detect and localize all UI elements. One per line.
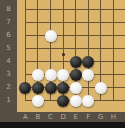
row-label-6: 6 <box>0 31 17 40</box>
stone-black-F4[interactable] <box>82 56 94 68</box>
row-label-2: 2 <box>0 83 17 92</box>
col-label-F: F <box>82 113 94 122</box>
col-label-A: A <box>19 113 31 122</box>
stone-white-B3[interactable] <box>32 69 44 81</box>
stone-white-B1[interactable] <box>32 95 44 107</box>
stone-black-D2[interactable] <box>57 82 69 94</box>
row-label-8: 8 <box>0 5 17 14</box>
grid-line-row-8 <box>25 9 125 10</box>
col-label-G: G <box>95 113 107 122</box>
grid-line-row-6 <box>25 35 125 36</box>
stone-white-F3[interactable] <box>82 69 94 81</box>
col-label-B: B <box>32 113 44 122</box>
grid-line-row-5 <box>25 48 125 49</box>
row-label-5: 5 <box>0 44 17 53</box>
stone-black-E3[interactable] <box>70 69 82 81</box>
row-label-7: 7 <box>0 18 17 27</box>
window-bottom-edge <box>0 122 125 128</box>
col-label-D: D <box>57 113 69 122</box>
stone-white-C6[interactable] <box>45 30 57 42</box>
col-label-C: C <box>45 113 57 122</box>
grid-line-row-7 <box>25 22 125 23</box>
row-label-3: 3 <box>0 70 17 79</box>
stone-white-E2[interactable] <box>70 82 82 94</box>
grid-line-col-F <box>88 0 89 101</box>
stone-black-A2[interactable] <box>19 82 31 94</box>
stone-white-F1[interactable] <box>82 95 94 107</box>
stone-black-C2[interactable] <box>45 82 57 94</box>
stone-white-D3[interactable] <box>57 69 69 81</box>
board-dot-marker <box>62 53 65 56</box>
stone-white-G2[interactable] <box>95 82 107 94</box>
stone-black-E4[interactable] <box>70 56 82 68</box>
col-label-E: E <box>70 113 82 122</box>
go-app-screen: 87654321ABCDEFGH <box>0 0 125 128</box>
row-label-1: 1 <box>0 96 17 105</box>
col-label-H: H <box>107 113 119 122</box>
grid-line-col-H <box>113 0 114 101</box>
stone-white-E1[interactable] <box>70 95 82 107</box>
stone-white-C3[interactable] <box>45 69 57 81</box>
row-label-4: 4 <box>0 57 17 66</box>
stone-black-B2[interactable] <box>32 82 44 94</box>
stone-black-D1[interactable] <box>57 95 69 107</box>
